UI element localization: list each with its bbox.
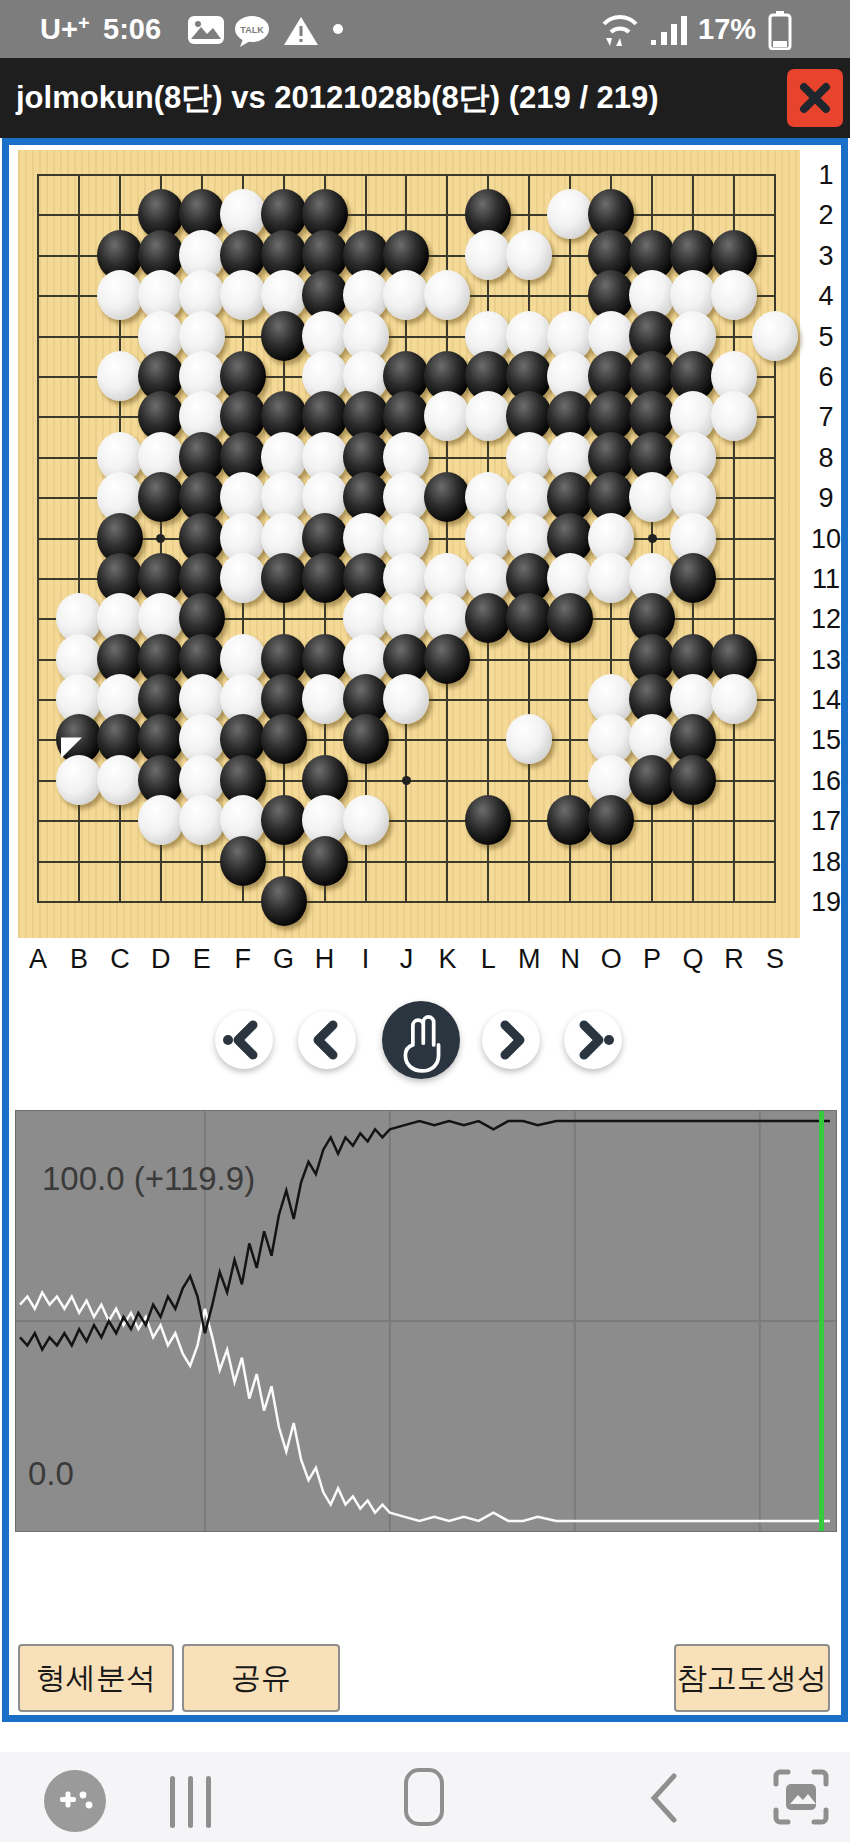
row-label-14: 14 [806,685,846,716]
star-point [648,534,657,543]
black-stone-L12 [465,593,511,643]
black-stone-K13 [424,634,470,684]
white-stone-J14 [383,674,429,724]
row-label-1: 1 [806,160,846,191]
battery-icon [768,10,792,50]
white-stone-I17 [343,795,389,845]
white-stone-P9 [629,472,675,522]
black-stone-N12 [547,593,593,643]
col-label-D: D [145,944,177,975]
black-stone-H18 [302,836,348,886]
step-forward-button[interactable] [482,1011,540,1069]
black-stone-Q11 [670,553,716,603]
row-label-8: 8 [806,443,846,474]
dot-icon [333,24,343,34]
go-board[interactable] [18,150,800,938]
share-button[interactable]: 공유 [182,1644,340,1712]
status-bar: U+ + 5:06 TALK 17% [0,0,850,58]
row-label-10: 10 [806,524,846,555]
col-label-C: C [104,944,136,975]
row-label-19: 19 [806,887,846,918]
black-stone-G17 [261,795,307,845]
row-label-13: 13 [806,645,846,676]
col-label-N: N [554,944,586,975]
signal-bars-icon [650,14,692,46]
white-stone-N2 [547,189,593,239]
white-stone-F11 [220,553,266,603]
row-label-12: 12 [806,604,846,635]
page-title: jolmokun(8단) vs 20121028b(8단) (219 / 219… [16,58,659,138]
row-label-9: 9 [806,483,846,514]
gamepad-icon[interactable] [44,1770,106,1832]
row-label-5: 5 [806,322,846,353]
title-bar: jolmokun(8단) vs 20121028b(8단) (219 / 219… [0,58,850,138]
close-button[interactable] [787,69,843,127]
col-label-J: J [390,944,422,975]
white-stone-L7 [465,391,511,441]
black-stone-H11 [302,553,348,603]
white-stone-E17 [179,795,225,845]
kakaotalk-icon: TALK [233,15,271,49]
black-stone-G15 [261,714,307,764]
row-label-4: 4 [806,281,846,312]
row-label-6: 6 [806,362,846,393]
step-back-button[interactable] [298,1011,356,1069]
go-end-button[interactable] [564,1011,622,1069]
col-label-Q: Q [677,944,709,975]
white-stone-B16 [56,755,102,805]
col-label-K: K [431,944,463,975]
row-label-11: 11 [806,564,846,595]
position-analysis-button[interactable]: 형세분석 [18,1644,174,1712]
col-label-G: G [268,944,300,975]
white-stone-L3 [465,230,511,280]
row-label-16: 16 [806,766,846,797]
status-clock: 5:06 [103,0,161,58]
white-stone-S5 [752,311,798,361]
col-label-M: M [513,944,545,975]
white-stone-R4 [711,270,757,320]
row-label-18: 18 [806,847,846,878]
home-icon[interactable] [404,1768,444,1826]
carrier-label: U+ [40,0,78,58]
go-start-button[interactable] [215,1011,273,1069]
reference-diagram-button[interactable]: 참고도생성 [674,1644,830,1712]
col-label-I: I [350,944,382,975]
white-stone-C4 [97,270,143,320]
svg-text:TALK: TALK [240,25,264,35]
black-stone-K9 [424,472,470,522]
grid-line [37,861,776,863]
white-stone-J4 [383,270,429,320]
wifi-arrows-icon [596,12,640,48]
battery-percent-label: 17% [698,0,756,58]
white-stone-R14 [711,674,757,724]
white-stone-O11 [588,553,634,603]
white-stone-C16 [97,755,143,805]
black-stone-G5 [261,311,307,361]
grid-line [37,174,776,176]
back-icon[interactable] [644,1770,684,1830]
row-label-15: 15 [806,725,846,756]
black-stone-I15 [343,714,389,764]
star-point [156,534,165,543]
black-stone-G11 [261,553,307,603]
white-stone-C6 [97,351,143,401]
last-move-icon [564,1011,622,1069]
black-stone-D9 [138,472,184,522]
black-stone-F18 [220,836,266,886]
carrier-plus-sign: + [78,0,90,52]
black-stone-G19 [261,876,307,926]
col-label-O: O [595,944,627,975]
android-navigation-bar [0,1752,850,1842]
screenshot-icon[interactable] [772,1768,830,1830]
close-icon [787,69,843,127]
col-label-S: S [759,944,791,975]
white-stone-F4 [220,270,266,320]
row-label-7: 7 [806,402,846,433]
col-label-P: P [636,944,668,975]
white-stone-R7 [711,391,757,441]
image-icon [187,15,225,45]
col-label-F: F [227,944,259,975]
two-finger-hand-icon [382,1001,460,1079]
black-winrate-label: 100.0 (+119.9) [42,1160,255,1198]
star-point [402,776,411,785]
warning-icon [282,15,320,47]
row-label-2: 2 [806,200,846,231]
white-stone-K4 [424,270,470,320]
col-label-B: B [63,944,95,975]
black-stone-M12 [506,593,552,643]
first-move-icon [215,1011,273,1069]
white-stone-H14 [302,674,348,724]
col-label-E: E [186,944,218,975]
white-stone-D17 [138,795,184,845]
black-stone-O17 [588,795,634,845]
col-label-H: H [309,944,341,975]
grid-line [37,901,776,903]
hand-tool-button[interactable] [382,1001,460,1079]
black-stone-L17 [465,795,511,845]
white-stone-K7 [424,391,470,441]
white-stone-M15 [506,714,552,764]
row-label-3: 3 [806,241,846,272]
col-label-A: A [22,944,54,975]
black-stone-Q16 [670,755,716,805]
white-winrate-label: 0.0 [28,1455,74,1493]
col-label-L: L [472,944,504,975]
row-label-17: 17 [806,806,846,837]
col-label-R: R [718,944,750,975]
black-stone-N17 [547,795,593,845]
white-stone-M3 [506,230,552,280]
chevron-right-icon [482,1011,540,1069]
chevron-left-icon [298,1011,356,1069]
black-stone-P16 [629,755,675,805]
recents-icon[interactable] [168,1774,214,1834]
